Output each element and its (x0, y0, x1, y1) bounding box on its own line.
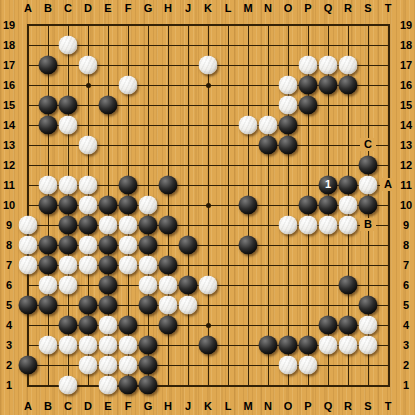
stone-white-F8 (119, 236, 138, 255)
stone-black-F4 (119, 316, 138, 335)
col-label-top-T: T (376, 2, 400, 14)
stone-black-D9 (79, 216, 98, 235)
stone-white-A8 (19, 236, 38, 255)
stone-white-F2 (119, 356, 138, 375)
row-label-right-11: 11 (394, 179, 415, 191)
stone-white-Q9 (319, 216, 338, 235)
stone-white-Q17 (319, 56, 338, 75)
stone-black-S10 (359, 196, 378, 215)
stone-black-G8 (139, 236, 158, 255)
row-label-right-5: 5 (394, 299, 415, 311)
stone-white-D17 (79, 56, 98, 75)
stone-white-S3 (359, 336, 378, 355)
marker-A-T11: A (380, 178, 396, 191)
stone-black-F11 (119, 176, 138, 195)
stone-white-C3 (59, 336, 78, 355)
stone-black-H4 (159, 316, 178, 335)
stone-black-Q4 (319, 316, 338, 335)
stone-black-R16 (339, 76, 358, 95)
row-label-left-14: 14 (0, 119, 21, 131)
stone-black-R4 (339, 316, 358, 335)
stone-white-C1 (59, 376, 78, 395)
stone-white-D8 (79, 236, 98, 255)
stone-black-E6 (99, 276, 118, 295)
stone-white-D11 (79, 176, 98, 195)
stone-white-P17 (299, 56, 318, 75)
go-board-screenshot: ABCDEFGHJKLMNOPQRST ABCDEFGHJKLMNOPQRST … (0, 0, 415, 415)
stone-white-G7 (139, 256, 158, 275)
row-label-left-15: 15 (0, 99, 21, 111)
stone-white-G6 (139, 276, 158, 295)
stone-black-Q10 (319, 196, 338, 215)
row-label-right-9: 9 (394, 219, 415, 231)
star-point-D16 (86, 83, 91, 88)
stone-white-C6 (59, 276, 78, 295)
stone-white-D2 (79, 356, 98, 375)
stone-white-B3 (39, 336, 58, 355)
stone-black-J6 (179, 276, 198, 295)
stone-black-C9 (59, 216, 78, 235)
marker-1-Q11: 1 (319, 175, 338, 194)
stone-black-B8 (39, 236, 58, 255)
stone-white-B11 (39, 176, 58, 195)
stone-white-E4 (99, 316, 118, 335)
stone-white-R9 (339, 216, 358, 235)
stone-black-O3 (279, 336, 298, 355)
row-label-right-15: 15 (394, 99, 415, 111)
marker-B-S9: B (360, 218, 376, 231)
stone-black-D4 (79, 316, 98, 335)
stone-white-F3 (119, 336, 138, 355)
row-label-right-18: 18 (394, 39, 415, 51)
stone-white-O16 (279, 76, 298, 95)
stone-black-A2 (19, 356, 38, 375)
stone-black-G1 (139, 376, 158, 395)
stone-black-E8 (99, 236, 118, 255)
stone-white-R3 (339, 336, 358, 355)
stone-black-N3 (259, 336, 278, 355)
stone-black-R6 (339, 276, 358, 295)
stone-white-D7 (79, 256, 98, 275)
row-label-left-6: 6 (0, 279, 21, 291)
stone-black-F10 (119, 196, 138, 215)
stone-black-G2 (139, 356, 158, 375)
row-label-right-1: 1 (394, 379, 415, 391)
stone-white-O9 (279, 216, 298, 235)
stone-white-E3 (99, 336, 118, 355)
row-label-right-4: 4 (394, 319, 415, 331)
stone-black-C10 (59, 196, 78, 215)
stone-white-E9 (99, 216, 118, 235)
row-label-left-18: 18 (0, 39, 21, 51)
stone-black-B5 (39, 296, 58, 315)
stone-white-G10 (139, 196, 158, 215)
stone-black-B17 (39, 56, 58, 75)
stone-black-F1 (119, 376, 138, 395)
row-label-right-19: 19 (394, 19, 415, 31)
stone-black-B15 (39, 96, 58, 115)
stone-black-H9 (159, 216, 178, 235)
stone-white-H6 (159, 276, 178, 295)
stone-white-N14 (259, 116, 278, 135)
stone-black-M8 (239, 236, 258, 255)
row-label-right-16: 16 (394, 79, 415, 91)
row-label-left-13: 13 (0, 139, 21, 151)
stone-black-C4 (59, 316, 78, 335)
stone-white-S11 (359, 176, 378, 195)
stone-white-R17 (339, 56, 358, 75)
stone-black-D5 (79, 296, 98, 315)
stone-black-M10 (239, 196, 258, 215)
stone-white-M14 (239, 116, 258, 135)
stone-black-G9 (139, 216, 158, 235)
stone-white-J5 (179, 296, 198, 315)
row-label-left-3: 3 (0, 339, 21, 351)
stone-black-H7 (159, 256, 178, 275)
stone-white-A7 (19, 256, 38, 275)
row-label-right-13: 13 (394, 139, 415, 151)
row-label-left-16: 16 (0, 79, 21, 91)
row-label-right-2: 2 (394, 359, 415, 371)
stone-white-D13 (79, 136, 98, 155)
stone-white-D3 (79, 336, 98, 355)
stone-white-O15 (279, 96, 298, 115)
stone-white-C7 (59, 256, 78, 275)
row-label-right-6: 6 (394, 279, 415, 291)
stone-white-O2 (279, 356, 298, 375)
stone-white-C18 (59, 36, 78, 55)
stone-black-S12 (359, 156, 378, 175)
row-label-left-11: 11 (0, 179, 21, 191)
stone-black-P15 (299, 96, 318, 115)
stone-white-F7 (119, 256, 138, 275)
row-label-right-12: 12 (394, 159, 415, 171)
stone-white-C11 (59, 176, 78, 195)
row-label-left-19: 19 (0, 19, 21, 31)
row-label-right-17: 17 (394, 59, 415, 71)
row-label-right-3: 3 (394, 339, 415, 351)
stone-white-D10 (79, 196, 98, 215)
stone-black-J8 (179, 236, 198, 255)
stone-black-E7 (99, 256, 118, 275)
stone-white-R10 (339, 196, 358, 215)
stone-white-S4 (359, 316, 378, 335)
stone-black-P16 (299, 76, 318, 95)
stone-black-O13 (279, 136, 298, 155)
stone-black-E10 (99, 196, 118, 215)
row-label-right-10: 10 (394, 199, 415, 211)
stone-black-A5 (19, 296, 38, 315)
stone-black-Q16 (319, 76, 338, 95)
stone-white-C14 (59, 116, 78, 135)
stone-black-O14 (279, 116, 298, 135)
stone-black-G3 (139, 336, 158, 355)
stone-black-G5 (139, 296, 158, 315)
stone-black-N13 (259, 136, 278, 155)
stone-black-P3 (299, 336, 318, 355)
stone-black-C15 (59, 96, 78, 115)
stone-white-Q3 (319, 336, 338, 355)
row-label-right-7: 7 (394, 259, 415, 271)
stone-white-H5 (159, 296, 178, 315)
row-label-right-14: 14 (394, 119, 415, 131)
stone-black-P10 (299, 196, 318, 215)
stone-white-K17 (199, 56, 218, 75)
star-point-K10 (206, 203, 211, 208)
star-point-K16 (206, 83, 211, 88)
row-label-left-4: 4 (0, 319, 21, 331)
stone-white-K6 (199, 276, 218, 295)
stone-white-F16 (119, 76, 138, 95)
stone-white-E1 (99, 376, 118, 395)
row-label-left-12: 12 (0, 159, 21, 171)
stone-white-P9 (299, 216, 318, 235)
star-point-K4 (206, 323, 211, 328)
stone-black-B14 (39, 116, 58, 135)
marker-C-S13: C (360, 138, 376, 151)
stone-white-E2 (99, 356, 118, 375)
stone-black-H11 (159, 176, 178, 195)
stone-black-B10 (39, 196, 58, 215)
stone-white-A9 (19, 216, 38, 235)
stone-black-E15 (99, 96, 118, 115)
stone-black-R11 (339, 176, 358, 195)
row-label-left-17: 17 (0, 59, 21, 71)
col-label-bottom-T: T (376, 400, 400, 412)
stone-black-K3 (199, 336, 218, 355)
stone-black-C8 (59, 236, 78, 255)
stone-white-B6 (39, 276, 58, 295)
stone-black-E5 (99, 296, 118, 315)
stone-white-F9 (119, 216, 138, 235)
row-label-right-8: 8 (394, 239, 415, 251)
stone-black-B7 (39, 256, 58, 275)
stone-black-S5 (359, 296, 378, 315)
stone-white-P2 (299, 356, 318, 375)
row-label-left-10: 10 (0, 199, 21, 211)
row-label-left-1: 1 (0, 379, 21, 391)
